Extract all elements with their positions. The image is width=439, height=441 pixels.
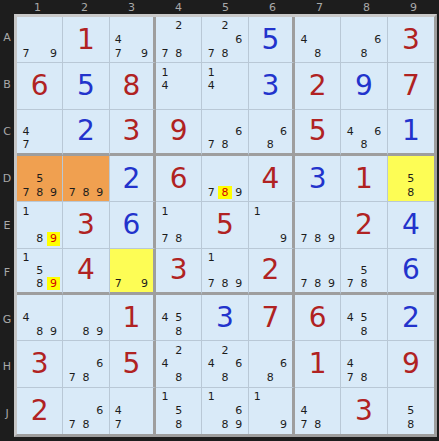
cell-A6[interactable]: 5 — [249, 17, 295, 63]
big-digit-6: 6 — [17, 63, 62, 108]
cell-B6[interactable]: 3 — [249, 63, 295, 109]
candidate-1: 1 — [158, 204, 172, 218]
candidate-8: 8 — [264, 371, 277, 385]
candidate-7: 7 — [343, 277, 357, 290]
cell-B8[interactable]: 9 — [341, 63, 387, 109]
pencil-marks: 2678 — [204, 19, 245, 60]
pencil-marks: 1789 — [204, 251, 245, 290]
big-digit-6: 6 — [110, 202, 153, 247]
candidate-8: 8 — [172, 371, 186, 385]
big-digit-2: 2 — [341, 202, 386, 247]
candidate-8: 8 — [357, 325, 371, 339]
cell-A9[interactable]: 3 — [388, 17, 434, 63]
candidate-8: 8 — [357, 47, 371, 61]
pencil-marks: 14 — [158, 65, 199, 106]
candidate-4: 4 — [158, 311, 172, 325]
pencil-marks: 1589 — [19, 251, 60, 290]
candidate-9: 9 — [325, 232, 339, 246]
candidate-8: 8 — [218, 47, 232, 61]
cell-C9[interactable]: 1 — [388, 110, 434, 156]
pencil-marks: 479 — [112, 19, 151, 60]
pencil-marks: 189 — [19, 204, 60, 245]
candidate-8: 8 — [357, 371, 371, 385]
candidate-7: 7 — [204, 277, 218, 290]
col-label-6: 6 — [249, 0, 296, 14]
pencil-marks: 79 — [112, 251, 151, 290]
row-label-G: G — [0, 296, 14, 343]
candidate-8: 8 — [172, 418, 186, 432]
candidate-7: 7 — [297, 232, 311, 246]
cell-D1[interactable]: 5789 — [17, 156, 63, 202]
candidate-1: 1 — [204, 390, 218, 404]
cell-D5[interactable]: 789 — [202, 156, 248, 202]
pencil-marks: 2468 — [204, 343, 245, 384]
candidate-2: 2 — [218, 343, 232, 357]
candidate-8: 8 — [357, 138, 371, 151]
cell-G4[interactable]: 458 — [156, 295, 202, 341]
cell-B7[interactable]: 2 — [295, 63, 341, 109]
candidate-8: 8 — [357, 277, 371, 290]
cell-J3[interactable]: 47 — [110, 388, 156, 434]
big-digit-3: 3 — [17, 341, 62, 386]
cell-J2[interactable]: 678 — [63, 388, 109, 434]
cell-H2[interactable]: 678 — [63, 341, 109, 387]
cell-D6[interactable]: 4 — [249, 156, 295, 202]
candidate-9: 9 — [47, 186, 61, 200]
cell-C2[interactable]: 2 — [63, 110, 109, 156]
big-digit-1: 1 — [388, 110, 434, 153]
cell-J4[interactable]: 158 — [156, 388, 202, 434]
candidate-1: 1 — [251, 204, 264, 218]
candidate-8: 8 — [172, 47, 186, 61]
pencil-marks: 68 — [251, 343, 290, 384]
big-digit-6: 6 — [388, 249, 434, 292]
pencil-marks: 458 — [158, 297, 199, 338]
candidate-5: 5 — [172, 311, 186, 325]
cell-H6[interactable]: 68 — [249, 341, 295, 387]
pencil-marks: 5789 — [19, 158, 60, 199]
pencil-marks: 489 — [19, 297, 60, 338]
candidate-4: 4 — [297, 33, 311, 47]
candidate-6: 6 — [232, 404, 246, 418]
candidate-8: 8 — [79, 418, 93, 432]
candidate-4: 4 — [343, 125, 357, 138]
big-digit-5: 5 — [295, 110, 340, 153]
pencil-marks: 14 — [204, 65, 245, 106]
candidate-8: 8 — [79, 371, 93, 385]
candidate-4: 4 — [343, 311, 357, 325]
candidate-9: 9 — [47, 277, 61, 290]
candidate-8: 8 — [218, 277, 232, 290]
cell-J9[interactable]: 58 — [388, 388, 434, 434]
cell-B4[interactable]: 14 — [156, 63, 202, 109]
candidate-8: 8 — [33, 186, 47, 200]
row-label-J: J — [0, 390, 14, 437]
candidate-4: 4 — [112, 33, 125, 47]
big-digit-5: 5 — [63, 63, 108, 108]
cell-B9[interactable]: 7 — [388, 63, 434, 109]
candidate-8: 8 — [79, 325, 93, 339]
cell-A8[interactable]: 68 — [341, 17, 387, 63]
cell-B3[interactable]: 8 — [110, 63, 156, 109]
candidate-7: 7 — [204, 138, 218, 151]
col-label-4: 4 — [155, 0, 202, 14]
candidate-7: 7 — [204, 47, 218, 61]
candidate-8: 8 — [218, 186, 232, 200]
candidate-7: 7 — [112, 47, 125, 61]
cell-B1[interactable]: 6 — [17, 63, 63, 109]
pencil-marks: 789 — [297, 251, 338, 290]
row-label-D: D — [0, 155, 14, 202]
candidate-6: 6 — [371, 125, 385, 138]
candidate-9: 9 — [277, 232, 290, 246]
pencil-marks: 47 — [19, 112, 60, 151]
cell-G3[interactable]: 1 — [110, 295, 156, 341]
candidate-4: 4 — [204, 357, 218, 371]
cell-A4[interactable]: 278 — [156, 17, 202, 63]
pencil-marks: 678 — [65, 390, 106, 432]
candidate-9: 9 — [93, 186, 107, 200]
cell-C8[interactable]: 468 — [341, 110, 387, 156]
pencil-marks: 58 — [390, 158, 432, 199]
candidate-1: 1 — [204, 251, 218, 264]
candidate-6: 6 — [371, 33, 385, 47]
candidate-8: 8 — [33, 232, 47, 246]
candidate-7: 7 — [65, 418, 79, 432]
pencil-marks: 468 — [343, 112, 384, 151]
candidate-8: 8 — [33, 277, 47, 290]
cell-E4[interactable]: 178 — [156, 202, 202, 248]
column-labels: 123456789 — [14, 0, 437, 14]
big-digit-3: 3 — [295, 156, 340, 201]
cell-D7[interactable]: 3 — [295, 156, 341, 202]
pencil-marks: 789 — [204, 158, 245, 199]
pencil-marks: 678 — [65, 343, 106, 384]
pencil-marks: 248 — [158, 343, 199, 384]
candidate-8: 8 — [404, 418, 418, 432]
big-digit-4: 4 — [249, 156, 292, 201]
big-digit-5: 5 — [249, 17, 292, 62]
candidate-8: 8 — [311, 418, 325, 432]
candidate-9: 9 — [232, 186, 246, 200]
big-digit-1: 1 — [341, 156, 386, 201]
candidate-8: 8 — [172, 232, 186, 246]
cell-G8[interactable]: 458 — [341, 295, 387, 341]
row-label-H: H — [0, 343, 14, 390]
big-digit-3: 3 — [63, 202, 108, 247]
candidate-5: 5 — [33, 172, 47, 186]
candidate-7: 7 — [158, 232, 172, 246]
candidate-1: 1 — [19, 204, 33, 218]
candidate-8: 8 — [218, 418, 232, 432]
big-digit-9: 9 — [156, 110, 201, 153]
candidate-4: 4 — [343, 357, 357, 371]
pencil-marks: 178 — [158, 204, 199, 245]
candidate-6: 6 — [232, 357, 246, 371]
candidate-9: 9 — [138, 277, 151, 290]
cell-G5[interactable]: 3 — [202, 295, 248, 341]
candidate-7: 7 — [343, 371, 357, 385]
cell-J5[interactable]: 1689 — [202, 388, 248, 434]
big-digit-4: 4 — [388, 202, 434, 247]
cell-G2[interactable]: 89 — [63, 295, 109, 341]
cell-F4[interactable]: 3 — [156, 249, 202, 295]
candidate-7: 7 — [158, 47, 172, 61]
big-digit-5: 5 — [110, 341, 153, 386]
big-digit-3: 3 — [156, 249, 201, 292]
candidate-4: 4 — [158, 79, 172, 93]
big-digit-2: 2 — [110, 156, 153, 201]
candidate-8: 8 — [172, 325, 186, 339]
row-label-E: E — [0, 202, 14, 249]
candidate-7: 7 — [65, 186, 79, 200]
candidate-5: 5 — [404, 172, 418, 186]
pencil-marks: 678 — [204, 112, 245, 151]
cell-F5[interactable]: 1789 — [202, 249, 248, 295]
candidate-8: 8 — [79, 186, 93, 200]
big-digit-1: 1 — [295, 341, 340, 386]
candidate-4: 4 — [19, 125, 33, 138]
pencil-marks: 789 — [297, 204, 338, 245]
candidate-1: 1 — [19, 251, 33, 264]
pencil-marks: 789 — [65, 158, 106, 199]
cell-C4[interactable]: 9 — [156, 110, 202, 156]
candidate-6: 6 — [232, 125, 246, 138]
candidate-1: 1 — [158, 390, 172, 404]
big-digit-3: 3 — [388, 17, 434, 62]
candidate-6: 6 — [93, 404, 107, 418]
candidate-4: 4 — [158, 357, 172, 371]
pencil-marks: 458 — [343, 297, 384, 338]
candidate-9: 9 — [277, 418, 290, 432]
cell-A5[interactable]: 2678 — [202, 17, 248, 63]
cell-D3[interactable]: 2 — [110, 156, 156, 202]
candidate-8: 8 — [33, 325, 47, 339]
candidate-5: 5 — [357, 264, 371, 277]
big-digit-2: 2 — [249, 249, 292, 292]
candidate-9: 9 — [325, 277, 339, 290]
cell-E6[interactable]: 19 — [249, 202, 295, 248]
pencil-marks: 58 — [390, 390, 432, 432]
pencil-marks: 578 — [343, 251, 384, 290]
candidate-7: 7 — [19, 47, 33, 61]
cell-F1[interactable]: 1589 — [17, 249, 63, 295]
big-digit-6: 6 — [295, 295, 340, 340]
big-digit-2: 2 — [17, 388, 62, 434]
candidate-5: 5 — [172, 404, 186, 418]
sudoku-board: 7914792782678548683658141432974723967868… — [14, 14, 437, 437]
big-digit-9: 9 — [341, 63, 386, 108]
candidate-9: 9 — [232, 277, 246, 290]
candidate-1: 1 — [204, 65, 218, 79]
candidate-1: 1 — [251, 390, 264, 404]
cell-D8[interactable]: 1 — [341, 156, 387, 202]
cell-H4[interactable]: 248 — [156, 341, 202, 387]
col-label-8: 8 — [343, 0, 390, 14]
cell-F9[interactable]: 6 — [388, 249, 434, 295]
candidate-7: 7 — [297, 418, 311, 432]
candidate-9: 9 — [47, 232, 61, 246]
row-label-C: C — [0, 108, 14, 155]
col-label-1: 1 — [14, 0, 61, 14]
pencil-marks: 48 — [297, 19, 338, 60]
candidate-7: 7 — [19, 138, 33, 151]
candidate-6: 6 — [277, 125, 290, 138]
pencil-marks: 79 — [19, 19, 60, 60]
cell-B2[interactable]: 5 — [63, 63, 109, 109]
big-digit-3: 3 — [249, 63, 292, 108]
cell-A1[interactable]: 79 — [17, 17, 63, 63]
col-label-5: 5 — [202, 0, 249, 14]
big-digit-4: 4 — [63, 249, 108, 292]
pencil-marks: 19 — [251, 204, 290, 245]
candidate-2: 2 — [218, 19, 232, 33]
candidate-9: 9 — [47, 325, 61, 339]
pencil-marks: 158 — [158, 390, 199, 432]
big-digit-6: 6 — [156, 156, 201, 201]
candidate-8: 8 — [218, 138, 232, 151]
big-digit-7: 7 — [249, 295, 292, 340]
pencil-marks: 68 — [251, 112, 290, 151]
cell-J6[interactable]: 19 — [249, 388, 295, 434]
big-digit-3: 3 — [341, 388, 386, 434]
candidate-5: 5 — [404, 404, 418, 418]
big-digit-8: 8 — [110, 63, 153, 108]
cell-D9[interactable]: 58 — [388, 156, 434, 202]
cell-E1[interactable]: 189 — [17, 202, 63, 248]
cell-H3[interactable]: 5 — [110, 341, 156, 387]
big-digit-1: 1 — [63, 17, 108, 62]
candidate-7: 7 — [204, 186, 218, 200]
candidate-4: 4 — [204, 79, 218, 93]
cell-C7[interactable]: 5 — [295, 110, 341, 156]
row-labels: ABCDEFGHJ — [0, 14, 14, 437]
big-digit-1: 1 — [110, 295, 153, 340]
candidate-8: 8 — [311, 232, 325, 246]
cell-F2[interactable]: 4 — [63, 249, 109, 295]
candidate-8: 8 — [311, 277, 325, 290]
cell-C5[interactable]: 678 — [202, 110, 248, 156]
candidate-8: 8 — [264, 138, 277, 151]
cell-A2[interactable]: 1 — [63, 17, 109, 63]
cell-D2[interactable]: 789 — [63, 156, 109, 202]
candidate-7: 7 — [297, 277, 311, 290]
pencil-marks: 19 — [251, 390, 290, 432]
pencil-marks: 68 — [343, 19, 384, 60]
candidate-7: 7 — [112, 277, 125, 290]
cell-A3[interactable]: 479 — [110, 17, 156, 63]
big-digit-9: 9 — [388, 341, 434, 386]
candidate-5: 5 — [33, 264, 47, 277]
candidate-8: 8 — [311, 47, 325, 61]
big-digit-2: 2 — [388, 295, 434, 340]
cell-J1[interactable]: 2 — [17, 388, 63, 434]
pencil-marks: 89 — [65, 297, 106, 338]
cell-J7[interactable]: 478 — [295, 388, 341, 434]
cell-E7[interactable]: 789 — [295, 202, 341, 248]
row-label-F: F — [0, 249, 14, 296]
cell-G7[interactable]: 6 — [295, 295, 341, 341]
candidate-6: 6 — [93, 357, 107, 371]
cell-D4[interactable]: 6 — [156, 156, 202, 202]
candidate-2: 2 — [172, 343, 186, 357]
cell-E2[interactable]: 3 — [63, 202, 109, 248]
cell-G1[interactable]: 489 — [17, 295, 63, 341]
cell-F6[interactable]: 2 — [249, 249, 295, 295]
cell-F3[interactable]: 79 — [110, 249, 156, 295]
candidate-9: 9 — [138, 47, 151, 61]
cell-C3[interactable]: 3 — [110, 110, 156, 156]
cell-B5[interactable]: 14 — [202, 63, 248, 109]
candidate-6: 6 — [277, 357, 290, 371]
big-digit-3: 3 — [110, 110, 153, 153]
cell-E5[interactable]: 5 — [202, 202, 248, 248]
big-digit-3: 3 — [202, 295, 247, 340]
col-label-7: 7 — [296, 0, 343, 14]
candidate-2: 2 — [172, 19, 186, 33]
big-digit-2: 2 — [295, 63, 340, 108]
row-label-A: A — [0, 14, 14, 61]
cell-E3[interactable]: 6 — [110, 202, 156, 248]
candidate-7: 7 — [65, 371, 79, 385]
cell-E8[interactable]: 2 — [341, 202, 387, 248]
cell-F7[interactable]: 789 — [295, 249, 341, 295]
cell-H7[interactable]: 1 — [295, 341, 341, 387]
cell-J8[interactable]: 3 — [341, 388, 387, 434]
candidate-1: 1 — [158, 65, 172, 79]
cell-G6[interactable]: 7 — [249, 295, 295, 341]
cell-H1[interactable]: 3 — [17, 341, 63, 387]
cell-H8[interactable]: 478 — [341, 341, 387, 387]
col-label-3: 3 — [108, 0, 155, 14]
cell-A7[interactable]: 48 — [295, 17, 341, 63]
pencil-marks: 478 — [343, 343, 384, 384]
candidate-6: 6 — [232, 33, 246, 47]
cell-C6[interactable]: 68 — [249, 110, 295, 156]
candidate-5: 5 — [357, 311, 371, 325]
cell-C1[interactable]: 47 — [17, 110, 63, 156]
big-digit-2: 2 — [63, 110, 108, 153]
big-digit-5: 5 — [202, 202, 247, 247]
cell-F8[interactable]: 578 — [341, 249, 387, 295]
candidate-9: 9 — [232, 418, 246, 432]
candidate-9: 9 — [93, 325, 107, 339]
candidate-7: 7 — [19, 186, 33, 200]
cell-E9[interactable]: 4 — [388, 202, 434, 248]
candidate-4: 4 — [112, 404, 125, 418]
candidate-9: 9 — [47, 47, 61, 61]
pencil-marks: 478 — [297, 390, 338, 432]
candidate-7: 7 — [112, 418, 125, 432]
col-label-9: 9 — [390, 0, 437, 14]
candidate-4: 4 — [297, 404, 311, 418]
candidate-8: 8 — [404, 186, 418, 200]
cell-G9[interactable]: 2 — [388, 295, 434, 341]
pencil-marks: 47 — [112, 390, 151, 432]
candidate-4: 4 — [19, 311, 33, 325]
candidate-8: 8 — [218, 371, 232, 385]
cell-H5[interactable]: 2468 — [202, 341, 248, 387]
pencil-marks: 1689 — [204, 390, 245, 432]
pencil-marks: 278 — [158, 19, 199, 60]
cell-H9[interactable]: 9 — [388, 341, 434, 387]
row-label-B: B — [0, 61, 14, 108]
big-digit-7: 7 — [388, 63, 434, 108]
col-label-2: 2 — [61, 0, 108, 14]
